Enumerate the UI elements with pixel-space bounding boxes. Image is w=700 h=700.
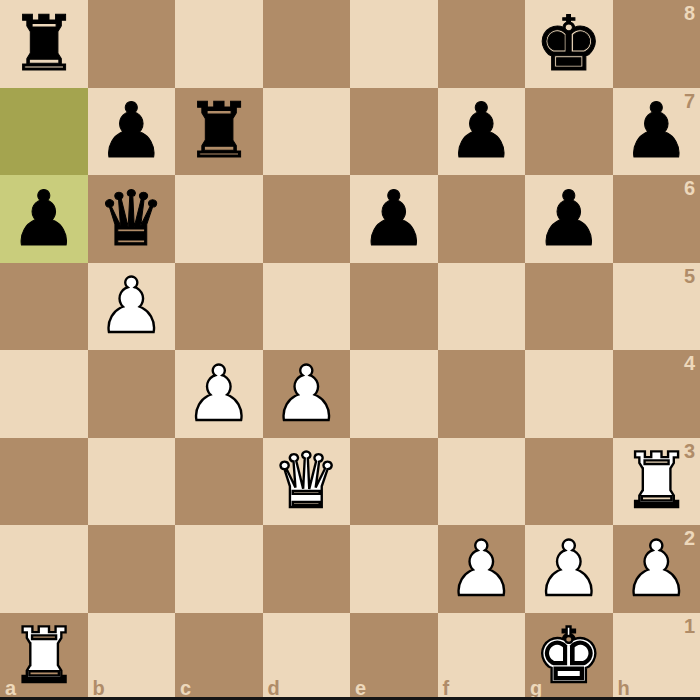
square-g1[interactable]: g♚	[525, 613, 613, 700]
square-b5[interactable]: ♟	[88, 263, 176, 351]
black-pawn[interactable]: ♟	[622, 93, 690, 169]
square-c7[interactable]: ♜	[175, 88, 263, 176]
square-f4[interactable]	[438, 350, 526, 438]
square-c8[interactable]	[175, 0, 263, 88]
square-e3[interactable]	[350, 438, 438, 526]
square-h2[interactable]: 2♟	[613, 525, 700, 613]
white-pawn[interactable]: ♟	[97, 268, 165, 344]
black-queen[interactable]: ♛	[97, 181, 165, 257]
square-h5[interactable]: 5	[613, 263, 700, 351]
square-g6[interactable]: ♟	[525, 175, 613, 263]
square-f3[interactable]	[438, 438, 526, 526]
square-d2[interactable]	[263, 525, 351, 613]
square-b3[interactable]	[88, 438, 176, 526]
square-h7[interactable]: 7♟	[613, 88, 700, 176]
black-pawn[interactable]: ♟	[535, 181, 603, 257]
white-pawn[interactable]: ♟	[622, 531, 690, 607]
square-f1[interactable]: f	[438, 613, 526, 700]
square-g5[interactable]	[525, 263, 613, 351]
square-b2[interactable]	[88, 525, 176, 613]
white-rook[interactable]: ♜	[622, 443, 690, 519]
square-e4[interactable]	[350, 350, 438, 438]
square-d8[interactable]	[263, 0, 351, 88]
black-pawn[interactable]: ♟	[360, 181, 428, 257]
white-king[interactable]: ♚	[535, 618, 603, 694]
square-a4[interactable]	[0, 350, 88, 438]
file-label-d: d	[268, 678, 280, 698]
file-label-e: e	[355, 678, 366, 698]
rank-label-1: 1	[684, 616, 695, 636]
square-a6[interactable]: ♟	[0, 175, 88, 263]
square-a7[interactable]	[0, 88, 88, 176]
rank-label-4: 4	[684, 353, 695, 373]
file-label-h: h	[618, 678, 630, 698]
rank-label-6: 6	[684, 178, 695, 198]
square-a1[interactable]: a♜	[0, 613, 88, 700]
square-c1[interactable]: c	[175, 613, 263, 700]
square-b6[interactable]: ♛	[88, 175, 176, 263]
square-f6[interactable]	[438, 175, 526, 263]
black-pawn[interactable]: ♟	[10, 181, 78, 257]
square-b4[interactable]	[88, 350, 176, 438]
square-a3[interactable]	[0, 438, 88, 526]
square-h6[interactable]: 6	[613, 175, 700, 263]
square-a2[interactable]	[0, 525, 88, 613]
black-pawn[interactable]: ♟	[447, 93, 515, 169]
square-c5[interactable]	[175, 263, 263, 351]
file-label-f: f	[443, 678, 450, 698]
square-h1[interactable]: 1h	[613, 613, 700, 700]
rank-label-5: 5	[684, 266, 695, 286]
square-e8[interactable]	[350, 0, 438, 88]
square-e2[interactable]	[350, 525, 438, 613]
square-d4[interactable]: ♟	[263, 350, 351, 438]
square-d3[interactable]: ♛	[263, 438, 351, 526]
square-c6[interactable]	[175, 175, 263, 263]
square-g2[interactable]: ♟	[525, 525, 613, 613]
square-c2[interactable]	[175, 525, 263, 613]
black-pawn[interactable]: ♟	[97, 93, 165, 169]
white-rook[interactable]: ♜	[10, 618, 78, 694]
square-h8[interactable]: 8	[613, 0, 700, 88]
square-a5[interactable]	[0, 263, 88, 351]
square-h3[interactable]: 3♜	[613, 438, 700, 526]
white-pawn[interactable]: ♟	[447, 531, 515, 607]
square-d5[interactable]	[263, 263, 351, 351]
square-c4[interactable]: ♟	[175, 350, 263, 438]
square-c3[interactable]	[175, 438, 263, 526]
white-pawn[interactable]: ♟	[535, 531, 603, 607]
square-f2[interactable]: ♟	[438, 525, 526, 613]
square-f8[interactable]	[438, 0, 526, 88]
square-e1[interactable]: e	[350, 613, 438, 700]
square-b7[interactable]: ♟	[88, 88, 176, 176]
square-b1[interactable]: b	[88, 613, 176, 700]
square-e6[interactable]: ♟	[350, 175, 438, 263]
square-g7[interactable]	[525, 88, 613, 176]
file-label-c: c	[180, 678, 191, 698]
black-rook[interactable]: ♜	[10, 6, 78, 82]
file-label-b: b	[93, 678, 105, 698]
black-rook[interactable]: ♜	[185, 93, 253, 169]
square-a8[interactable]: ♜	[0, 0, 88, 88]
white-pawn[interactable]: ♟	[185, 356, 253, 432]
square-e5[interactable]	[350, 263, 438, 351]
white-queen[interactable]: ♛	[272, 443, 340, 519]
chess-board-container: ♜♚8♟♜♟7♟♟♛♟♟6♟5♟♟4♛3♜♟♟2♟a♜bcdefg♚1h	[0, 0, 700, 700]
square-d6[interactable]	[263, 175, 351, 263]
chess-board: ♜♚8♟♜♟7♟♟♛♟♟6♟5♟♟4♛3♜♟♟2♟a♜bcdefg♚1h	[0, 0, 700, 700]
rank-label-8: 8	[684, 3, 695, 23]
square-g4[interactable]	[525, 350, 613, 438]
square-b8[interactable]	[88, 0, 176, 88]
square-d1[interactable]: d	[263, 613, 351, 700]
square-f5[interactable]	[438, 263, 526, 351]
square-d7[interactable]	[263, 88, 351, 176]
square-e7[interactable]	[350, 88, 438, 176]
white-pawn[interactable]: ♟	[272, 356, 340, 432]
black-king[interactable]: ♚	[535, 6, 603, 82]
square-g8[interactable]: ♚	[525, 0, 613, 88]
square-h4[interactable]: 4	[613, 350, 700, 438]
square-g3[interactable]	[525, 438, 613, 526]
square-f7[interactable]: ♟	[438, 88, 526, 176]
